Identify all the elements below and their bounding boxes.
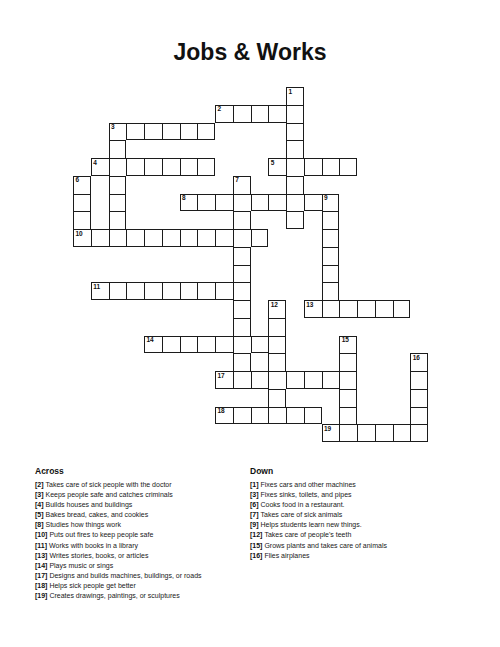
grid-cell[interactable] (322, 211, 340, 229)
grid-cell[interactable] (339, 300, 357, 318)
clue-item: [4] Builds houses and buildings (35, 500, 250, 510)
across-clues: Across [2] Takes care of sick people wit… (35, 466, 250, 601)
grid-cell[interactable] (180, 282, 198, 300)
clue-number: 15 (342, 337, 349, 344)
clue-item: [15] Grows plants and takes care of anim… (250, 541, 465, 551)
clue-item-text: Works with books in a library (47, 542, 138, 549)
grid-cell[interactable] (286, 158, 304, 176)
grid-cell[interactable] (91, 229, 109, 247)
grid-cell[interactable] (73, 194, 91, 212)
grid-cell[interactable] (162, 229, 180, 247)
clue-item-number: [5] (35, 511, 44, 518)
clue-item: [17] Designs and builds machines, buildi… (35, 571, 250, 581)
clue-item-text: Grows plants and takes care of animals (262, 542, 387, 549)
grid-cell[interactable]: 7 (233, 176, 251, 194)
grid-cell[interactable] (357, 300, 375, 318)
grid-cell[interactable]: 12 (268, 300, 286, 318)
grid-cell[interactable] (304, 158, 322, 176)
clue-number: 4 (93, 160, 97, 167)
clue-number: 14 (147, 337, 154, 344)
clue-item-text: Keeps people safe and catches criminals (44, 491, 173, 498)
grid-cell[interactable] (162, 282, 180, 300)
clue-item-number: [18] (35, 582, 47, 589)
clue-item-text: Builds houses and buildings (44, 501, 133, 508)
grid-cell[interactable] (109, 194, 127, 212)
clue-item: [12] Takes care of people's teeth (250, 530, 465, 540)
grid-cell[interactable] (197, 282, 215, 300)
grid-cell[interactable]: 9 (322, 194, 340, 212)
grid-cell[interactable]: 2 (215, 105, 233, 123)
grid-cell[interactable] (322, 371, 340, 389)
clue-item-text: Plays music or sings (47, 562, 113, 569)
clue-item-number: [11] (35, 542, 47, 549)
grid-cell[interactable] (251, 194, 269, 212)
grid-cell[interactable] (233, 282, 251, 300)
down-clues: Down [1] Fixes cars and other machines[3… (250, 466, 465, 561)
grid-cell[interactable]: 11 (91, 282, 109, 300)
grid-cell[interactable] (126, 229, 144, 247)
grid-cell[interactable] (339, 389, 357, 407)
grid-cell[interactable] (286, 211, 304, 229)
clue-item: [1] Fixes cars and other machines (250, 480, 465, 490)
grid-cell[interactable] (286, 194, 304, 212)
clue-number: 8 (182, 195, 186, 202)
grid-cell[interactable] (109, 229, 127, 247)
clue-item-text: Helps students learn new things. (259, 521, 362, 528)
clue-number: 16 (413, 355, 420, 362)
clue-item: [19] Creates drawings, paintings, or scu… (35, 591, 250, 601)
grid-cell[interactable] (268, 353, 286, 371)
grid-cell[interactable]: 14 (144, 336, 162, 354)
grid-cell[interactable] (197, 229, 215, 247)
grid-cell[interactable] (215, 336, 233, 354)
grid-cell[interactable] (268, 194, 286, 212)
clue-item-number: [17] (35, 572, 47, 579)
grid-cell[interactable]: 16 (410, 353, 428, 371)
grid-cell[interactable] (126, 282, 144, 300)
clue-number: 1 (289, 89, 293, 96)
grid-cell[interactable] (357, 424, 375, 442)
grid-cell[interactable] (109, 282, 127, 300)
grid-cell[interactable] (197, 336, 215, 354)
grid-cell[interactable] (180, 336, 198, 354)
page-title: Jobs & Works (0, 39, 500, 66)
clue-item-number: [14] (35, 562, 47, 569)
crossword-page: Jobs & Works 123456789101112131415161718… (0, 0, 500, 647)
clue-number: 10 (76, 231, 83, 238)
grid-cell[interactable]: 1 (286, 87, 304, 105)
grid-cell[interactable] (410, 389, 428, 407)
clue-item-number: [19] (35, 592, 47, 599)
clue-item: [2] Takes care of sick people with the d… (35, 480, 250, 490)
grid-cell[interactable] (233, 229, 251, 247)
grid-cell[interactable] (410, 407, 428, 425)
clue-item-text: Takes care of sick people with the docto… (44, 481, 172, 488)
clue-item: [9] Helps students learn new things. (250, 520, 465, 530)
clue-item-number: [13] (35, 552, 47, 559)
clue-item: [3] Keeps people safe and catches crimin… (35, 490, 250, 500)
grid-cell[interactable]: 17 (215, 371, 233, 389)
down-clue-list: [1] Fixes cars and other machines[3] Fix… (250, 480, 465, 561)
clue-number: 12 (271, 302, 278, 309)
across-header: Across (35, 466, 250, 476)
grid-cell[interactable] (233, 194, 251, 212)
clue-item-text: Puts out fires to keep people safe (47, 531, 153, 538)
grid-cell[interactable] (251, 407, 269, 425)
clue-item-number: [3] (250, 491, 259, 498)
clue-item: [10] Puts out fires to keep people safe (35, 530, 250, 540)
grid-cell[interactable] (233, 353, 251, 371)
grid-cell[interactable] (304, 407, 322, 425)
grid-cell[interactable] (286, 176, 304, 194)
clue-item-number: [6] (250, 501, 259, 508)
grid-cell[interactable] (197, 158, 215, 176)
grid-cell[interactable] (304, 194, 322, 212)
clue-number: 5 (271, 160, 275, 167)
grid-cell[interactable] (268, 318, 286, 336)
clue-item-text: Bakes bread, cakes, and cookies (44, 511, 149, 518)
grid-cell[interactable] (233, 371, 251, 389)
grid-cell[interactable] (233, 300, 251, 318)
grid-cell[interactable] (162, 158, 180, 176)
clue-number: 9 (324, 195, 328, 202)
grid-cell[interactable]: 3 (109, 123, 127, 141)
clue-number: 11 (93, 284, 100, 291)
grid-cell[interactable]: 15 (339, 336, 357, 354)
clue-number: 17 (218, 373, 225, 380)
crossword-grid: 12345678910111213141516171819 (73, 87, 428, 442)
clue-item-number: [7] (250, 511, 259, 518)
clue-item-number: [16] (250, 552, 262, 559)
grid-cell[interactable]: 13 (304, 300, 322, 318)
grid-cell[interactable] (233, 105, 251, 123)
clue-item-text: Cooks food in a restaurant. (259, 501, 345, 508)
clue-item: [13] Writes stories, books, or articles (35, 551, 250, 561)
clue-item-text: Flies airplanes (262, 552, 309, 559)
clue-item-number: [4] (35, 501, 44, 508)
across-clue-list: [2] Takes care of sick people with the d… (35, 480, 250, 601)
grid-cell[interactable] (286, 371, 304, 389)
clue-item-number: [12] (250, 531, 262, 538)
grid-cell[interactable]: 6 (73, 176, 91, 194)
clue-item: [8] Studies how things work (35, 520, 250, 530)
clue-item: [16] Flies airplanes (250, 551, 465, 561)
grid-cell[interactable] (197, 194, 215, 212)
grid-cell[interactable] (251, 229, 269, 247)
grid-cell[interactable]: 5 (268, 158, 286, 176)
grid-cell[interactable] (251, 336, 269, 354)
grid-cell[interactable] (322, 282, 340, 300)
grid-cell[interactable] (144, 123, 162, 141)
clue-number: 6 (76, 177, 80, 184)
clue-item-text: Takes care of people's teeth (262, 531, 351, 538)
grid-cell[interactable] (339, 158, 357, 176)
grid-cell[interactable] (322, 158, 340, 176)
grid-cell[interactable] (109, 211, 127, 229)
grid-cell[interactable] (233, 336, 251, 354)
clue-item: [7] Takes care of sick animals (250, 510, 465, 520)
grid-cell[interactable] (162, 123, 180, 141)
clue-item: [6] Cooks food in a restaurant. (250, 500, 465, 510)
clue-number: 18 (218, 408, 225, 415)
grid-cell[interactable] (322, 229, 340, 247)
clue-item-number: [10] (35, 531, 47, 538)
grid-cell[interactable] (410, 424, 428, 442)
grid-cell[interactable] (268, 407, 286, 425)
grid-cell[interactable] (180, 229, 198, 247)
grid-cell[interactable] (109, 176, 127, 194)
grid-cell[interactable] (109, 158, 127, 176)
grid-cell[interactable] (109, 140, 127, 158)
clue-number: 3 (111, 124, 115, 131)
clue-item-number: [2] (35, 481, 44, 488)
grid-cell[interactable] (339, 424, 357, 442)
clue-item-number: [3] (35, 491, 44, 498)
grid-cell[interactable] (215, 282, 233, 300)
clue-item: [11] Works with books in a library (35, 541, 250, 551)
grid-cell[interactable] (410, 371, 428, 389)
grid-cell[interactable] (215, 229, 233, 247)
grid-cell[interactable] (268, 371, 286, 389)
clue-item-text: Writes stories, books, or articles (47, 552, 148, 559)
clue-item-text: Studies how things work (44, 521, 121, 528)
grid-cell[interactable]: 8 (180, 194, 198, 212)
grid-cell[interactable] (375, 300, 393, 318)
grid-cell[interactable] (126, 158, 144, 176)
clue-item-number: [15] (250, 542, 262, 549)
grid-cell[interactable]: 19 (322, 424, 340, 442)
clue-number: 13 (306, 302, 313, 309)
grid-cell[interactable] (393, 424, 411, 442)
grid-cell[interactable] (322, 300, 340, 318)
grid-cell[interactable] (268, 105, 286, 123)
clue-item-number: [8] (35, 521, 44, 528)
grid-cell[interactable] (144, 229, 162, 247)
grid-cell[interactable] (268, 389, 286, 407)
clue-item-text: Fixes sinks, toilets, and pipes (259, 491, 352, 498)
grid-cell[interactable] (233, 247, 251, 265)
clue-item-number: [9] (250, 521, 259, 528)
grid-cell[interactable] (144, 282, 162, 300)
grid-cell[interactable] (304, 371, 322, 389)
clue-item-text: Creates drawings, paintings, or sculptur… (47, 592, 179, 599)
clue-item: [14] Plays music or sings (35, 561, 250, 571)
grid-cell[interactable]: 18 (215, 407, 233, 425)
clue-number: 2 (218, 106, 222, 113)
grid-cell[interactable] (375, 424, 393, 442)
grid-cell[interactable] (286, 407, 304, 425)
grid-cell[interactable]: 4 (91, 158, 109, 176)
clue-number: 7 (235, 177, 239, 184)
grid-cell[interactable] (322, 265, 340, 283)
clue-number: 19 (324, 426, 331, 433)
grid-cell[interactable] (144, 158, 162, 176)
grid-cell[interactable] (286, 140, 304, 158)
grid-cell[interactable] (126, 123, 144, 141)
grid-cell[interactable] (233, 407, 251, 425)
grid-cell[interactable] (251, 105, 269, 123)
grid-cell[interactable] (233, 211, 251, 229)
clue-item: [3] Fixes sinks, toilets, and pipes (250, 490, 465, 500)
grid-cell[interactable] (215, 194, 233, 212)
clue-item: [18] Helps sick people get better (35, 581, 250, 591)
grid-cell[interactable] (180, 123, 198, 141)
grid-cell[interactable] (233, 265, 251, 283)
grid-cell[interactable] (286, 105, 304, 123)
grid-cell[interactable] (73, 211, 91, 229)
clue-item-text: Helps sick people get better (47, 582, 135, 589)
grid-cell[interactable] (339, 353, 357, 371)
grid-cell[interactable] (251, 371, 269, 389)
grid-cell[interactable] (162, 336, 180, 354)
clue-item-number: [1] (250, 481, 259, 488)
clue-item: [5] Bakes bread, cakes, and cookies (35, 510, 250, 520)
grid-cell[interactable]: 10 (73, 229, 91, 247)
clue-item-text: Fixes cars and other machines (259, 481, 356, 488)
grid-cell[interactable] (339, 371, 357, 389)
grid-cell[interactable] (393, 300, 411, 318)
grid-cell[interactable] (180, 158, 198, 176)
clue-item-text: Designs and builds machines, buildings, … (47, 572, 201, 579)
grid-cell[interactable] (268, 336, 286, 354)
grid-cell[interactable] (233, 318, 251, 336)
grid-cell[interactable] (322, 247, 340, 265)
grid-cell[interactable] (339, 407, 357, 425)
down-header: Down (250, 466, 465, 476)
clue-item-text: Takes care of sick animals (259, 511, 343, 518)
grid-cell[interactable] (197, 123, 215, 141)
grid-cell[interactable] (286, 123, 304, 141)
